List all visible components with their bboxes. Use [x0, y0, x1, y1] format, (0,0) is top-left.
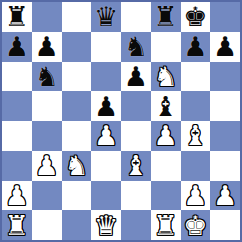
square-c3[interactable]: ♞ [62, 151, 92, 181]
white-king-icon-g1: ♚ [183, 212, 207, 239]
square-h3[interactable] [210, 151, 240, 181]
black-pawn-icon-b7: ♟ [35, 33, 59, 60]
square-f6[interactable]: ♞ [151, 62, 181, 92]
square-f5[interactable]: ♝ [151, 91, 181, 121]
black-pawn-icon-h7: ♟ [213, 33, 237, 60]
square-f7[interactable] [151, 32, 181, 62]
square-g4[interactable]: ♝ [181, 121, 211, 151]
white-bishop-icon-e3: ♝ [124, 152, 148, 179]
square-d7[interactable] [91, 32, 121, 62]
square-b2[interactable] [32, 181, 62, 211]
square-a2[interactable]: ♟ [2, 181, 32, 211]
square-h5[interactable] [210, 91, 240, 121]
white-pawn-icon-d4: ♟ [94, 122, 118, 149]
square-a4[interactable] [2, 121, 32, 151]
square-e4[interactable] [121, 121, 151, 151]
square-a5[interactable] [2, 91, 32, 121]
square-e1[interactable] [121, 210, 151, 240]
square-b6[interactable]: ♞ [32, 62, 62, 92]
black-rook-icon-a8: ♜ [5, 3, 29, 30]
square-e5[interactable] [121, 91, 151, 121]
white-rook-icon-a1: ♜ [5, 212, 29, 239]
square-f2[interactable] [151, 181, 181, 211]
white-pawn-icon-a2: ♟ [5, 182, 29, 209]
square-d5[interactable]: ♟ [91, 91, 121, 121]
square-a7[interactable]: ♟ [2, 32, 32, 62]
chess-board: ♜♛♜♚♟♟♞♟♟♞♟♞♟♝♟♟♝♟♞♝♟♟♟♜♛♜♚ [0, 0, 242, 242]
black-pawn-icon-d5: ♟ [94, 93, 118, 120]
square-g6[interactable] [181, 62, 211, 92]
black-pawn-icon-e6: ♟ [124, 63, 148, 90]
white-bishop-icon-g4: ♝ [183, 122, 207, 149]
square-f1[interactable]: ♜ [151, 210, 181, 240]
white-pawn-icon-g2: ♟ [183, 182, 207, 209]
square-d3[interactable] [91, 151, 121, 181]
square-f3[interactable] [151, 151, 181, 181]
black-pawn-icon-a7: ♟ [5, 33, 29, 60]
square-g1[interactable]: ♚ [181, 210, 211, 240]
square-h8[interactable] [210, 2, 240, 32]
black-knight-icon-e7: ♞ [124, 33, 148, 60]
square-e2[interactable] [121, 181, 151, 211]
square-c7[interactable] [62, 32, 92, 62]
square-g3[interactable] [181, 151, 211, 181]
square-e6[interactable]: ♟ [121, 62, 151, 92]
square-h6[interactable] [210, 62, 240, 92]
square-a3[interactable] [2, 151, 32, 181]
square-b4[interactable] [32, 121, 62, 151]
black-knight-icon-b6: ♞ [35, 63, 59, 90]
square-h2[interactable]: ♟ [210, 181, 240, 211]
square-g8[interactable]: ♚ [181, 2, 211, 32]
square-e3[interactable]: ♝ [121, 151, 151, 181]
square-c5[interactable] [62, 91, 92, 121]
square-d8[interactable]: ♛ [91, 2, 121, 32]
square-g7[interactable]: ♟ [181, 32, 211, 62]
white-pawn-icon-b3: ♟ [35, 152, 59, 179]
square-c6[interactable] [62, 62, 92, 92]
white-knight-icon-c3: ♞ [64, 152, 88, 179]
square-f8[interactable]: ♜ [151, 2, 181, 32]
square-d2[interactable] [91, 181, 121, 211]
square-a6[interactable] [2, 62, 32, 92]
square-e8[interactable] [121, 2, 151, 32]
square-b1[interactable] [32, 210, 62, 240]
white-rook-icon-f1: ♜ [154, 212, 178, 239]
white-queen-icon-d1: ♛ [94, 212, 118, 239]
square-b7[interactable]: ♟ [32, 32, 62, 62]
black-pawn-icon-g7: ♟ [183, 33, 207, 60]
black-rook-icon-f8: ♜ [154, 3, 178, 30]
square-h1[interactable] [210, 210, 240, 240]
square-f4[interactable]: ♟ [151, 121, 181, 151]
square-h4[interactable] [210, 121, 240, 151]
white-pawn-icon-h2: ♟ [213, 182, 237, 209]
square-c4[interactable] [62, 121, 92, 151]
square-c2[interactable] [62, 181, 92, 211]
square-g2[interactable]: ♟ [181, 181, 211, 211]
white-knight-icon-f6: ♞ [154, 63, 178, 90]
square-a8[interactable]: ♜ [2, 2, 32, 32]
white-pawn-icon-f4: ♟ [154, 122, 178, 149]
square-a1[interactable]: ♜ [2, 210, 32, 240]
black-queen-icon-d8: ♛ [94, 3, 118, 30]
square-g5[interactable] [181, 91, 211, 121]
square-h7[interactable]: ♟ [210, 32, 240, 62]
square-d4[interactable]: ♟ [91, 121, 121, 151]
square-b5[interactable] [32, 91, 62, 121]
square-e7[interactable]: ♞ [121, 32, 151, 62]
square-d1[interactable]: ♛ [91, 210, 121, 240]
square-c1[interactable] [62, 210, 92, 240]
black-bishop-icon-f5: ♝ [154, 93, 178, 120]
square-b8[interactable] [32, 2, 62, 32]
black-king-icon-g8: ♚ [183, 3, 207, 30]
square-c8[interactable] [62, 2, 92, 32]
square-d6[interactable] [91, 62, 121, 92]
square-b3[interactable]: ♟ [32, 151, 62, 181]
